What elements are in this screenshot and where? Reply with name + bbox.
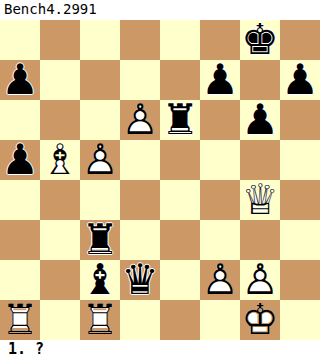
square-c5[interactable]: ♟♙ <box>80 140 120 180</box>
square-f7[interactable]: ♟ <box>200 60 240 100</box>
square-d8[interactable] <box>120 20 160 60</box>
square-c4[interactable] <box>80 180 120 220</box>
black-pawn[interactable]: ♟ <box>280 60 320 100</box>
square-g1[interactable]: ♚♔ <box>240 300 280 340</box>
square-g8[interactable]: ♚ <box>240 20 280 60</box>
square-b4[interactable] <box>40 180 80 220</box>
square-a8[interactable] <box>0 20 40 60</box>
square-a6[interactable] <box>0 100 40 140</box>
square-a5[interactable]: ♟ <box>0 140 40 180</box>
square-c8[interactable] <box>80 20 120 60</box>
white-rook[interactable]: ♜♖ <box>0 300 40 340</box>
square-a3[interactable] <box>0 220 40 260</box>
square-h8[interactable] <box>280 20 320 60</box>
square-e1[interactable] <box>160 300 200 340</box>
square-d6[interactable]: ♟♙ <box>120 100 160 140</box>
white-rook[interactable]: ♜♖ <box>80 300 120 340</box>
square-a7[interactable]: ♟ <box>0 60 40 100</box>
square-e5[interactable] <box>160 140 200 180</box>
white-pawn[interactable]: ♟♙ <box>240 260 280 300</box>
square-b2[interactable] <box>40 260 80 300</box>
black-queen[interactable]: ♛ <box>120 260 160 300</box>
white-king[interactable]: ♚♔ <box>240 300 280 340</box>
white-pawn[interactable]: ♟♙ <box>80 140 120 180</box>
square-h2[interactable] <box>280 260 320 300</box>
piece-outline: ♙ <box>80 140 120 180</box>
black-rook[interactable]: ♜ <box>80 220 120 260</box>
piece-outline: ♖ <box>80 300 120 340</box>
piece-outline: ♙ <box>240 260 280 300</box>
square-f5[interactable] <box>200 140 240 180</box>
piece-outline: ♔ <box>240 300 280 340</box>
square-d5[interactable] <box>120 140 160 180</box>
square-h3[interactable] <box>280 220 320 260</box>
black-pawn[interactable]: ♟ <box>0 60 40 100</box>
square-e8[interactable] <box>160 20 200 60</box>
white-pawn[interactable]: ♟♙ <box>200 260 240 300</box>
square-d2[interactable]: ♛ <box>120 260 160 300</box>
square-b8[interactable] <box>40 20 80 60</box>
piece-outline: ♕ <box>240 180 280 220</box>
square-e6[interactable]: ♜ <box>160 100 200 140</box>
square-g4[interactable]: ♛♕ <box>240 180 280 220</box>
black-pawn[interactable]: ♟ <box>240 100 280 140</box>
square-d7[interactable] <box>120 60 160 100</box>
piece-outline: ♖ <box>0 300 40 340</box>
square-b6[interactable] <box>40 100 80 140</box>
white-queen[interactable]: ♛♕ <box>240 180 280 220</box>
square-g6[interactable]: ♟ <box>240 100 280 140</box>
square-h7[interactable]: ♟ <box>280 60 320 100</box>
square-a4[interactable] <box>0 180 40 220</box>
square-f6[interactable] <box>200 100 240 140</box>
piece-outline: ♗ <box>40 140 80 180</box>
black-king[interactable]: ♚ <box>240 20 280 60</box>
square-h4[interactable] <box>280 180 320 220</box>
square-f1[interactable] <box>200 300 240 340</box>
square-h1[interactable] <box>280 300 320 340</box>
white-bishop[interactable]: ♝♗ <box>40 140 80 180</box>
square-e4[interactable] <box>160 180 200 220</box>
black-pawn[interactable]: ♟ <box>200 60 240 100</box>
piece-outline: ♙ <box>120 100 160 140</box>
square-d1[interactable] <box>120 300 160 340</box>
square-g5[interactable] <box>240 140 280 180</box>
square-g3[interactable] <box>240 220 280 260</box>
square-c1[interactable]: ♜♖ <box>80 300 120 340</box>
white-pawn[interactable]: ♟♙ <box>120 100 160 140</box>
square-h6[interactable] <box>280 100 320 140</box>
square-b5[interactable]: ♝♗ <box>40 140 80 180</box>
black-rook[interactable]: ♜ <box>160 100 200 140</box>
square-f8[interactable] <box>200 20 240 60</box>
piece-outline: ♙ <box>200 260 240 300</box>
square-e2[interactable] <box>160 260 200 300</box>
square-b3[interactable] <box>40 220 80 260</box>
square-d3[interactable] <box>120 220 160 260</box>
square-b1[interactable] <box>40 300 80 340</box>
square-c6[interactable] <box>80 100 120 140</box>
square-f2[interactable]: ♟♙ <box>200 260 240 300</box>
square-c7[interactable] <box>80 60 120 100</box>
black-pawn[interactable]: ♟ <box>0 140 40 180</box>
black-bishop[interactable]: ♝ <box>80 260 120 300</box>
square-c3[interactable]: ♜ <box>80 220 120 260</box>
square-c2[interactable]: ♝ <box>80 260 120 300</box>
square-a2[interactable] <box>0 260 40 300</box>
square-g7[interactable] <box>240 60 280 100</box>
square-d4[interactable] <box>120 180 160 220</box>
square-f3[interactable] <box>200 220 240 260</box>
square-b7[interactable] <box>40 60 80 100</box>
square-e7[interactable] <box>160 60 200 100</box>
square-e3[interactable] <box>160 220 200 260</box>
square-f4[interactable] <box>200 180 240 220</box>
square-h5[interactable] <box>280 140 320 180</box>
chess-board: ♚♟♟♟♟♙♜♟♟♝♗♟♙♛♕♜♝♛♟♙♟♙♜♖♜♖♚♔ <box>0 20 320 340</box>
square-a1[interactable]: ♜♖ <box>0 300 40 340</box>
square-g2[interactable]: ♟♙ <box>240 260 280 300</box>
